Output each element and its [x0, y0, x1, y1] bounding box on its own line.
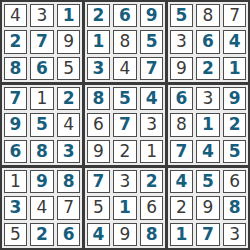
- cell-r5c2[interactable]: 5: [30, 113, 54, 137]
- cell-r6c2[interactable]: 8: [30, 140, 54, 164]
- cell-r9c2[interactable]: 2: [30, 223, 54, 247]
- cell-r5c9[interactable]: 2: [223, 113, 247, 137]
- cell-r9c1[interactable]: 5: [4, 223, 28, 247]
- cell-r7c3[interactable]: 8: [57, 170, 81, 194]
- sudoku-box-3-2: 732516498: [85, 168, 165, 248]
- cell-r7c7[interactable]: 4: [170, 170, 194, 194]
- cell-r8c5[interactable]: 1: [113, 196, 137, 220]
- sudoku-box-3-1: 198347526: [2, 168, 82, 248]
- cell-r6c5[interactable]: 2: [113, 140, 137, 164]
- cell-r7c6[interactable]: 2: [140, 170, 164, 194]
- cell-r7c9[interactable]: 6: [223, 170, 247, 194]
- cell-r5c8[interactable]: 1: [196, 113, 220, 137]
- cell-r3c4[interactable]: 3: [87, 57, 111, 81]
- cell-r8c2[interactable]: 4: [30, 196, 54, 220]
- cell-r3c9[interactable]: 1: [223, 57, 247, 81]
- cell-r3c6[interactable]: 7: [140, 57, 164, 81]
- sudoku-box-3-3: 456298173: [168, 168, 248, 248]
- cell-r9c9[interactable]: 3: [223, 223, 247, 247]
- cell-r3c5[interactable]: 4: [113, 57, 137, 81]
- cell-r1c4[interactable]: 2: [87, 4, 111, 28]
- cell-r4c1[interactable]: 7: [4, 87, 28, 111]
- cell-r2c6[interactable]: 5: [140, 30, 164, 54]
- cell-r1c9[interactable]: 7: [223, 4, 247, 28]
- cell-r9c7[interactable]: 1: [170, 223, 194, 247]
- cell-r8c1[interactable]: 3: [4, 196, 28, 220]
- cell-r4c4[interactable]: 8: [87, 87, 111, 111]
- cell-r3c7[interactable]: 9: [170, 57, 194, 81]
- cell-r5c4[interactable]: 6: [87, 113, 111, 137]
- cell-r8c6[interactable]: 6: [140, 196, 164, 220]
- cell-r9c5[interactable]: 9: [113, 223, 137, 247]
- cell-r9c8[interactable]: 7: [196, 223, 220, 247]
- cell-r7c4[interactable]: 7: [87, 170, 111, 194]
- cell-r1c3[interactable]: 1: [57, 4, 81, 28]
- cell-r3c2[interactable]: 6: [30, 57, 54, 81]
- sudoku-box-1-3: 587364921: [168, 2, 248, 82]
- cell-r1c6[interactable]: 9: [140, 4, 164, 28]
- cell-r8c9[interactable]: 8: [223, 196, 247, 220]
- cell-r5c6[interactable]: 3: [140, 113, 164, 137]
- cell-r6c6[interactable]: 1: [140, 140, 164, 164]
- cell-r9c3[interactable]: 6: [57, 223, 81, 247]
- cell-r4c9[interactable]: 9: [223, 87, 247, 111]
- cell-r3c3[interactable]: 5: [57, 57, 81, 81]
- sudoku-box-2-2: 854673921: [85, 85, 165, 165]
- cell-r5c1[interactable]: 9: [4, 113, 28, 137]
- cell-r6c3[interactable]: 3: [57, 140, 81, 164]
- cell-r2c1[interactable]: 2: [4, 30, 28, 54]
- cell-r8c7[interactable]: 2: [170, 196, 194, 220]
- cell-r8c4[interactable]: 5: [87, 196, 111, 220]
- cell-r7c5[interactable]: 3: [113, 170, 137, 194]
- cell-r2c4[interactable]: 1: [87, 30, 111, 54]
- cell-r8c8[interactable]: 9: [196, 196, 220, 220]
- cell-r2c2[interactable]: 7: [30, 30, 54, 54]
- cell-r7c8[interactable]: 5: [196, 170, 220, 194]
- cell-r6c9[interactable]: 5: [223, 140, 247, 164]
- cell-r2c8[interactable]: 6: [196, 30, 220, 54]
- cell-r1c7[interactable]: 5: [170, 4, 194, 28]
- cell-r6c7[interactable]: 7: [170, 140, 194, 164]
- cell-r8c3[interactable]: 7: [57, 196, 81, 220]
- sudoku-box-1-1: 431279865: [2, 2, 82, 82]
- cell-r5c7[interactable]: 8: [170, 113, 194, 137]
- cell-r2c3[interactable]: 9: [57, 30, 81, 54]
- cell-r2c5[interactable]: 8: [113, 30, 137, 54]
- cell-r7c1[interactable]: 1: [4, 170, 28, 194]
- cell-r6c1[interactable]: 6: [4, 140, 28, 164]
- cell-r2c7[interactable]: 3: [170, 30, 194, 54]
- cell-r4c2[interactable]: 1: [30, 87, 54, 111]
- cell-r2c9[interactable]: 4: [223, 30, 247, 54]
- sudoku-board: 4312798652691853475873649217129546838546…: [0, 0, 250, 250]
- cell-r9c6[interactable]: 8: [140, 223, 164, 247]
- cell-r4c3[interactable]: 2: [57, 87, 81, 111]
- cell-r4c5[interactable]: 5: [113, 87, 137, 111]
- cell-r3c1[interactable]: 8: [4, 57, 28, 81]
- cell-r9c4[interactable]: 4: [87, 223, 111, 247]
- cell-r1c5[interactable]: 6: [113, 4, 137, 28]
- sudoku-box-2-1: 712954683: [2, 85, 82, 165]
- sudoku-box-2-3: 639812745: [168, 85, 248, 165]
- cell-r5c3[interactable]: 4: [57, 113, 81, 137]
- cell-r5c5[interactable]: 7: [113, 113, 137, 137]
- cell-r6c8[interactable]: 4: [196, 140, 220, 164]
- cell-r1c8[interactable]: 8: [196, 4, 220, 28]
- cell-r1c1[interactable]: 4: [4, 4, 28, 28]
- cell-r3c8[interactable]: 2: [196, 57, 220, 81]
- sudoku-box-1-2: 269185347: [85, 2, 165, 82]
- cell-r4c8[interactable]: 3: [196, 87, 220, 111]
- cell-r6c4[interactable]: 9: [87, 140, 111, 164]
- cell-r1c2[interactable]: 3: [30, 4, 54, 28]
- cell-r7c2[interactable]: 9: [30, 170, 54, 194]
- cell-r4c7[interactable]: 6: [170, 87, 194, 111]
- cell-r4c6[interactable]: 4: [140, 87, 164, 111]
